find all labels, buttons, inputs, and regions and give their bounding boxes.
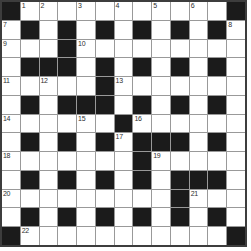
letter-cell-r10c1[interactable] — [21, 190, 39, 208]
clue-number: 3 — [78, 2, 82, 10]
blocked-cell-r1c7 — [133, 21, 151, 39]
letter-cell-r10c4[interactable] — [77, 190, 95, 208]
letter-cell-r3c8[interactable] — [152, 58, 170, 76]
letter-cell-r12c8[interactable] — [152, 227, 170, 245]
letter-cell-r10c7[interactable] — [133, 190, 151, 208]
letter-cell-r8c3[interactable] — [58, 152, 76, 170]
letter-cell-r2c9[interactable] — [171, 40, 189, 58]
letter-cell-r8c0[interactable]: 18 — [2, 152, 20, 170]
blocked-cell-r3c9 — [171, 58, 189, 76]
letter-cell-r4c3[interactable] — [58, 77, 76, 95]
clue-number: 21 — [191, 190, 198, 198]
blocked-cell-r1c3 — [58, 21, 76, 39]
letter-cell-r0c10[interactable]: 6 — [190, 2, 208, 20]
blocked-cell-r1c1 — [21, 21, 39, 39]
blocked-cell-r11c1 — [21, 208, 39, 226]
letter-cell-r6c4[interactable]: 15 — [77, 115, 95, 133]
letter-cell-r7c10[interactable] — [190, 133, 208, 151]
blocked-cell-r3c2 — [40, 58, 58, 76]
letter-cell-r0c9[interactable] — [171, 2, 189, 20]
letter-cell-r8c1[interactable] — [21, 152, 39, 170]
letter-cell-r9c12[interactable] — [227, 171, 245, 189]
letter-cell-r1c10[interactable] — [190, 21, 208, 39]
letter-cell-r12c6[interactable] — [115, 227, 133, 245]
letter-cell-r1c4[interactable] — [77, 21, 95, 39]
blocked-cell-r11c3 — [58, 208, 76, 226]
blocked-cell-r4c5 — [96, 77, 114, 95]
blocked-cell-r9c11 — [208, 171, 226, 189]
clue-number: 11 — [3, 77, 10, 85]
letter-cell-r0c7[interactable] — [133, 2, 151, 20]
letter-cell-r11c6[interactable] — [115, 208, 133, 226]
letter-cell-r2c2[interactable] — [40, 40, 58, 58]
letter-cell-r8c5[interactable] — [96, 152, 114, 170]
letter-cell-r0c4[interactable]: 3 — [77, 2, 95, 20]
letter-cell-r8c8[interactable]: 19 — [152, 152, 170, 170]
letter-cell-r8c10[interactable] — [190, 152, 208, 170]
letter-cell-r12c7[interactable] — [133, 227, 151, 245]
clue-number: 16 — [134, 115, 141, 123]
letter-cell-r2c0[interactable]: 9 — [2, 40, 20, 58]
letter-cell-r8c2[interactable] — [40, 152, 58, 170]
blocked-cell-r11c7 — [133, 208, 151, 226]
blocked-cell-r9c9 — [171, 171, 189, 189]
blocked-cell-r5c4 — [77, 96, 95, 114]
clue-number: 7 — [3, 21, 7, 29]
letter-cell-r4c8[interactable] — [152, 77, 170, 95]
letter-cell-r3c0[interactable] — [2, 58, 20, 76]
blocked-cell-r12c0 — [2, 227, 20, 245]
letter-cell-r12c3[interactable] — [58, 227, 76, 245]
blocked-cell-r7c5 — [96, 133, 114, 151]
letter-cell-r10c3[interactable] — [58, 190, 76, 208]
letter-cell-r5c12[interactable] — [227, 96, 245, 114]
letter-cell-r9c6[interactable] — [115, 171, 133, 189]
letter-cell-r11c12[interactable] — [227, 208, 245, 226]
letter-cell-r2c12[interactable] — [227, 40, 245, 58]
blocked-cell-r7c3 — [58, 133, 76, 151]
letter-cell-r4c2[interactable]: 12 — [40, 77, 58, 95]
clue-number: 4 — [116, 2, 120, 10]
blocked-cell-r7c8 — [152, 133, 170, 151]
letter-cell-r4c7[interactable] — [133, 77, 151, 95]
clue-number: 14 — [3, 115, 10, 123]
blocked-cell-r11c5 — [96, 208, 114, 226]
blocked-cell-r0c0 — [2, 2, 20, 20]
letter-cell-r6c10[interactable] — [190, 115, 208, 133]
blocked-cell-r5c7 — [133, 96, 151, 114]
letter-cell-r9c2[interactable] — [40, 171, 58, 189]
letter-cell-r7c0[interactable] — [2, 133, 20, 151]
letter-cell-r4c12[interactable] — [227, 77, 245, 95]
clue-number: 19 — [153, 152, 160, 160]
letter-cell-r8c9[interactable] — [171, 152, 189, 170]
letter-cell-r9c8[interactable] — [152, 171, 170, 189]
letter-cell-r5c10[interactable] — [190, 96, 208, 114]
letter-cell-r0c11[interactable] — [208, 2, 226, 20]
letter-cell-r6c11[interactable] — [208, 115, 226, 133]
letter-cell-r11c8[interactable] — [152, 208, 170, 226]
clue-number: 15 — [78, 115, 85, 123]
clue-number: 6 — [191, 2, 195, 10]
letter-cell-r12c9[interactable] — [171, 227, 189, 245]
clue-number: 1 — [22, 2, 26, 10]
letter-cell-r11c4[interactable] — [77, 208, 95, 226]
letter-cell-r12c5[interactable] — [96, 227, 114, 245]
blocked-cell-r9c5 — [96, 171, 114, 189]
blocked-cell-r5c3 — [58, 96, 76, 114]
blocked-cell-r6c6 — [115, 115, 133, 133]
blocked-cell-r7c1 — [21, 133, 39, 151]
blocked-cell-r2c3 — [58, 40, 76, 58]
letter-cell-r4c0[interactable]: 11 — [2, 77, 20, 95]
crossword-board: 12345678910111213141516171819202122 — [0, 0, 251, 251]
letter-cell-r6c7[interactable]: 16 — [133, 115, 151, 133]
blocked-cell-r3c1 — [21, 58, 39, 76]
letter-cell-r5c8[interactable] — [152, 96, 170, 114]
letter-cell-r2c4[interactable]: 10 — [77, 40, 95, 58]
letter-cell-r2c7[interactable] — [133, 40, 151, 58]
letter-cell-r7c12[interactable] — [227, 133, 245, 151]
blocked-cell-r10c9 — [171, 190, 189, 208]
letter-cell-r4c9[interactable] — [171, 77, 189, 95]
letter-cell-r5c6[interactable] — [115, 96, 133, 114]
blocked-cell-r7c11 — [208, 133, 226, 151]
letter-cell-r7c4[interactable] — [77, 133, 95, 151]
clue-number: 5 — [153, 2, 157, 10]
letter-cell-r2c6[interactable] — [115, 40, 133, 58]
blocked-cell-r9c1 — [21, 171, 39, 189]
clue-number: 22 — [22, 227, 29, 235]
blocked-cell-r9c7 — [133, 171, 151, 189]
letter-cell-r10c12[interactable] — [227, 190, 245, 208]
blocked-cell-r1c9 — [171, 21, 189, 39]
letter-cell-r9c4[interactable] — [77, 171, 95, 189]
letter-cell-r2c8[interactable] — [152, 40, 170, 58]
letter-cell-r0c1[interactable]: 1 — [21, 2, 39, 20]
letter-cell-r12c4[interactable] — [77, 227, 95, 245]
letter-cell-r3c10[interactable] — [190, 58, 208, 76]
letter-cell-r10c6[interactable] — [115, 190, 133, 208]
blocked-cell-r5c5 — [96, 96, 114, 114]
letter-cell-r6c5[interactable] — [96, 115, 114, 133]
letter-cell-r10c10[interactable]: 21 — [190, 190, 208, 208]
blocked-cell-r8c7 — [133, 152, 151, 170]
letter-cell-r4c11[interactable] — [208, 77, 226, 95]
letter-cell-r9c0[interactable] — [2, 171, 20, 189]
clue-number: 20 — [3, 190, 10, 198]
letter-cell-r6c1[interactable] — [21, 115, 39, 133]
letter-cell-r6c12[interactable] — [227, 115, 245, 133]
letter-cell-r10c2[interactable] — [40, 190, 58, 208]
clue-number: 8 — [228, 21, 232, 29]
letter-cell-r12c2[interactable] — [40, 227, 58, 245]
blocked-cell-r3c11 — [208, 58, 226, 76]
letter-cell-r2c5[interactable] — [96, 40, 114, 58]
letter-cell-r8c6[interactable] — [115, 152, 133, 170]
blocked-cell-r5c9 — [171, 96, 189, 114]
letter-cell-r6c0[interactable]: 14 — [2, 115, 20, 133]
letter-cell-r12c1[interactable]: 22 — [21, 227, 39, 245]
blocked-cell-r9c3 — [58, 171, 76, 189]
blocked-cell-r3c3 — [58, 58, 76, 76]
blocked-cell-r3c5 — [96, 58, 114, 76]
blocked-cell-r1c5 — [96, 21, 114, 39]
letter-cell-r4c10[interactable] — [190, 77, 208, 95]
letter-cell-r1c2[interactable] — [40, 21, 58, 39]
letter-cell-r11c10[interactable] — [190, 208, 208, 226]
letter-cell-r6c9[interactable] — [171, 115, 189, 133]
letter-cell-r0c5[interactable] — [96, 2, 114, 20]
letter-cell-r4c4[interactable] — [77, 77, 95, 95]
letter-cell-r5c0[interactable] — [2, 96, 20, 114]
letter-cell-r1c0[interactable]: 7 — [2, 21, 20, 39]
letter-cell-r8c4[interactable] — [77, 152, 95, 170]
letter-cell-r1c12[interactable]: 8 — [227, 21, 245, 39]
clue-number: 13 — [116, 77, 123, 85]
clue-number: 10 — [78, 40, 85, 48]
blocked-cell-r11c9 — [171, 208, 189, 226]
letter-cell-r12c11[interactable] — [208, 227, 226, 245]
letter-cell-r7c2[interactable] — [40, 133, 58, 151]
clue-number: 12 — [41, 77, 48, 85]
letter-cell-r5c2[interactable] — [40, 96, 58, 114]
letter-cell-r3c6[interactable] — [115, 58, 133, 76]
clue-number: 9 — [3, 40, 7, 48]
letter-cell-r2c10[interactable] — [190, 40, 208, 58]
letter-cell-r0c2[interactable]: 2 — [40, 2, 58, 20]
letter-cell-r8c11[interactable] — [208, 152, 226, 170]
blocked-cell-r1c11 — [208, 21, 226, 39]
blocked-cell-r3c7 — [133, 58, 151, 76]
letter-cell-r6c3[interactable] — [58, 115, 76, 133]
letter-cell-r2c11[interactable] — [208, 40, 226, 58]
letter-cell-r0c8[interactable]: 5 — [152, 2, 170, 20]
letter-cell-r0c6[interactable]: 4 — [115, 2, 133, 20]
letter-cell-r7c6[interactable]: 17 — [115, 133, 133, 151]
letter-cell-r6c8[interactable] — [152, 115, 170, 133]
clue-number: 17 — [116, 133, 123, 141]
letter-cell-r4c1[interactable] — [21, 77, 39, 95]
crossword-grid: 12345678910111213141516171819202122 — [0, 0, 247, 247]
letter-cell-r6c2[interactable] — [40, 115, 58, 133]
letter-cell-r8c12[interactable] — [227, 152, 245, 170]
letter-cell-r2c1[interactable] — [21, 40, 39, 58]
letter-cell-r12c10[interactable] — [190, 227, 208, 245]
blocked-cell-r7c7 — [133, 133, 151, 151]
letter-cell-r11c0[interactable] — [2, 208, 20, 226]
blocked-cell-r12c12 — [227, 227, 245, 245]
letter-cell-r10c0[interactable]: 20 — [2, 190, 20, 208]
letter-cell-r11c2[interactable] — [40, 208, 58, 226]
letter-cell-r10c5[interactable] — [96, 190, 114, 208]
blocked-cell-r11c11 — [208, 208, 226, 226]
letter-cell-r1c6[interactable] — [115, 21, 133, 39]
blocked-cell-r0c12 — [227, 2, 245, 20]
letter-cell-r4c6[interactable]: 13 — [115, 77, 133, 95]
clue-number: 2 — [41, 2, 45, 10]
blocked-cell-r5c1 — [21, 96, 39, 114]
letter-cell-r3c4[interactable] — [77, 58, 95, 76]
letter-cell-r3c12[interactable] — [227, 58, 245, 76]
letter-cell-r0c3[interactable] — [58, 2, 76, 20]
blocked-cell-r9c10 — [190, 171, 208, 189]
clue-number: 18 — [3, 152, 10, 160]
blocked-cell-r5c11 — [208, 96, 226, 114]
letter-cell-r1c8[interactable] — [152, 21, 170, 39]
blocked-cell-r7c9 — [171, 133, 189, 151]
letter-cell-r10c11[interactable] — [208, 190, 226, 208]
letter-cell-r10c8[interactable] — [152, 190, 170, 208]
